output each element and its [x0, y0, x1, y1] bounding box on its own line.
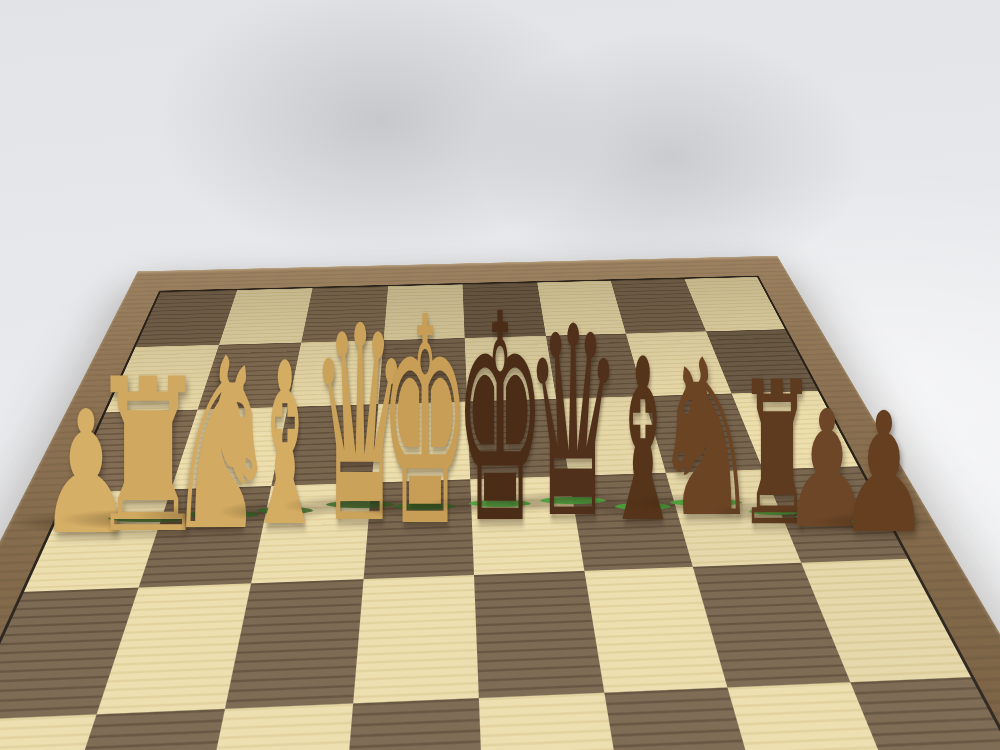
pieces-layer: ♟♜♞♝♛♚♚♛♝♞♜♟♟ [0, 0, 1000, 750]
photo-stage: ♟♜♞♝♛♚♚♛♝♞♜♟♟ Wooden chessboard with Sta… [0, 0, 1000, 750]
piece-black-pawn: ♟ [801, 391, 967, 557]
pawn-glyph: ♟ [833, 391, 936, 557]
